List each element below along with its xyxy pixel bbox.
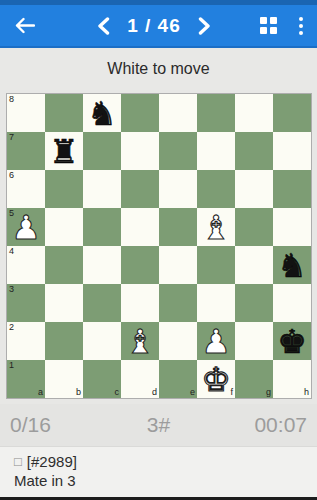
square-h8[interactable] <box>273 94 311 132</box>
piece-black-knight[interactable]: ♞ <box>83 94 121 132</box>
square-g5[interactable] <box>235 208 273 246</box>
square-g2[interactable] <box>235 322 273 360</box>
rank-label: 4 <box>9 247 14 256</box>
chess-board: 8♞7♜65♟♝4♞32♝♟♚1abcdef♚gh <box>6 93 312 399</box>
piece-white-pawn[interactable]: ♟ <box>197 322 235 360</box>
square-g8[interactable] <box>235 94 273 132</box>
chevron-right-icon <box>198 17 211 35</box>
square-g7[interactable] <box>235 132 273 170</box>
rank-label: 7 <box>9 133 14 142</box>
square-f4[interactable] <box>197 246 235 284</box>
file-label: d <box>152 388 157 397</box>
white-square-marker-icon: □ <box>14 454 22 469</box>
square-d8[interactable] <box>121 94 159 132</box>
file-label: c <box>115 388 120 397</box>
square-g3[interactable] <box>235 284 273 322</box>
square-b6[interactable] <box>45 170 83 208</box>
rank-label: 2 <box>9 323 14 332</box>
square-b7[interactable]: ♜ <box>45 132 83 170</box>
square-a8[interactable]: 8 <box>7 94 45 132</box>
piece-black-king[interactable]: ♚ <box>273 322 311 360</box>
puzzle-navigation: 1 / 46 <box>48 15 260 37</box>
rank-label: 1 <box>9 361 14 370</box>
square-c4[interactable] <box>83 246 121 284</box>
puzzle-id: [#2989] <box>27 453 77 470</box>
piece-white-pawn[interactable]: ♟ <box>7 208 45 246</box>
square-d2[interactable]: ♝ <box>121 322 159 360</box>
square-f8[interactable] <box>197 94 235 132</box>
overflow-menu-icon[interactable] <box>297 15 305 37</box>
puzzle-counter: 1 / 46 <box>127 15 181 37</box>
piece-white-bishop[interactable]: ♝ <box>197 208 235 246</box>
square-e5[interactable] <box>159 208 197 246</box>
square-h2[interactable]: ♚ <box>273 322 311 360</box>
square-g6[interactable] <box>235 170 273 208</box>
square-c2[interactable] <box>83 322 121 360</box>
square-d7[interactable] <box>121 132 159 170</box>
square-c6[interactable] <box>83 170 121 208</box>
square-b3[interactable] <box>45 284 83 322</box>
square-d6[interactable] <box>121 170 159 208</box>
file-label: h <box>304 388 309 397</box>
piece-white-king[interactable]: ♚ <box>197 360 235 398</box>
file-label: a <box>38 388 43 397</box>
next-puzzle-button[interactable] <box>196 15 213 37</box>
square-f5[interactable]: ♝ <box>197 208 235 246</box>
square-a3[interactable]: 3 <box>7 284 45 322</box>
square-b2[interactable] <box>45 322 83 360</box>
square-f3[interactable] <box>197 284 235 322</box>
toolbar: 1 / 46 <box>0 5 317 48</box>
square-e4[interactable] <box>159 246 197 284</box>
rank-label: 8 <box>9 95 14 104</box>
square-b5[interactable] <box>45 208 83 246</box>
square-a1[interactable]: 1a <box>7 360 45 398</box>
file-label: b <box>76 388 81 397</box>
puzzle-grid-icon[interactable] <box>260 17 277 34</box>
square-e1[interactable]: e <box>159 360 197 398</box>
square-a5[interactable]: 5♟ <box>7 208 45 246</box>
square-g4[interactable] <box>235 246 273 284</box>
square-b1[interactable]: b <box>45 360 83 398</box>
square-e3[interactable] <box>159 284 197 322</box>
piece-black-rook[interactable]: ♜ <box>45 132 83 170</box>
square-b4[interactable] <box>45 246 83 284</box>
square-f1[interactable]: f♚ <box>197 360 235 398</box>
timer: 00:07 <box>208 413 307 437</box>
prev-puzzle-button[interactable] <box>95 15 112 37</box>
square-h3[interactable] <box>273 284 311 322</box>
side-to-move-label: White to move <box>107 60 209 78</box>
square-b8[interactable] <box>45 94 83 132</box>
toolbar-actions <box>260 15 305 37</box>
mate-goal: 3# <box>109 413 208 437</box>
square-d1[interactable]: d <box>121 360 159 398</box>
side-to-move-banner: White to move <box>0 48 317 90</box>
square-f6[interactable] <box>197 170 235 208</box>
square-h4[interactable]: ♞ <box>273 246 311 284</box>
status-row: 0/16 3# 00:07 <box>0 404 317 446</box>
square-e8[interactable] <box>159 94 197 132</box>
board-area: 8♞7♜65♟♝4♞32♝♟♚1abcdef♚gh <box>0 90 317 404</box>
puzzle-task: Mate in 3 <box>14 472 317 489</box>
square-a4[interactable]: 4 <box>7 246 45 284</box>
square-c7[interactable] <box>83 132 121 170</box>
square-a7[interactable]: 7 <box>7 132 45 170</box>
chevron-left-icon <box>97 17 110 35</box>
square-f7[interactable] <box>197 132 235 170</box>
square-g1[interactable]: g <box>235 360 273 398</box>
square-a2[interactable]: 2 <box>7 322 45 360</box>
square-d4[interactable] <box>121 246 159 284</box>
square-e6[interactable] <box>159 170 197 208</box>
rank-label: 3 <box>9 285 14 294</box>
back-button[interactable] <box>14 17 48 34</box>
square-d5[interactable] <box>121 208 159 246</box>
square-f2[interactable]: ♟ <box>197 322 235 360</box>
square-d3[interactable] <box>121 284 159 322</box>
square-a6[interactable]: 6 <box>7 170 45 208</box>
puzzle-info: □ [#2989] Mate in 3 <box>0 446 317 500</box>
square-h5[interactable] <box>273 208 311 246</box>
piece-black-knight[interactable]: ♞ <box>273 246 311 284</box>
square-h7[interactable] <box>273 132 311 170</box>
file-label: e <box>190 388 195 397</box>
square-c1[interactable]: c <box>83 360 121 398</box>
back-arrow-icon <box>14 17 35 34</box>
rank-label: 6 <box>9 171 14 180</box>
square-c8[interactable]: ♞ <box>83 94 121 132</box>
score-counter: 0/16 <box>10 413 109 437</box>
piece-white-bishop[interactable]: ♝ <box>121 322 159 360</box>
file-label: g <box>266 388 271 397</box>
square-e2[interactable] <box>159 322 197 360</box>
square-e7[interactable] <box>159 132 197 170</box>
square-c3[interactable] <box>83 284 121 322</box>
square-h6[interactable] <box>273 170 311 208</box>
square-c5[interactable] <box>83 208 121 246</box>
square-h1[interactable]: h <box>273 360 311 398</box>
